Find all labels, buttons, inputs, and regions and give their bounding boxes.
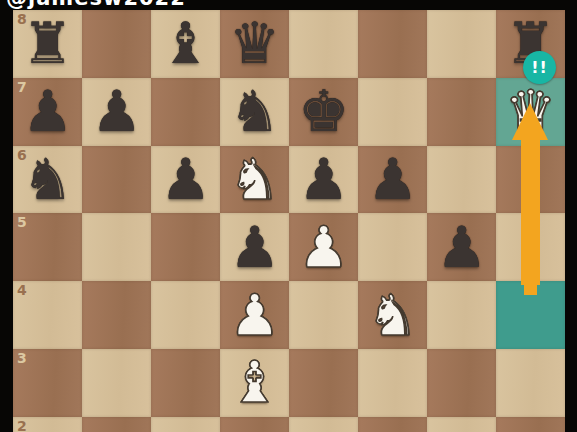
square-a7[interactable]: 7♟ [13, 78, 82, 146]
square-d4[interactable]: ♟ [220, 281, 289, 349]
square-a2[interactable]: 2 [13, 417, 82, 432]
square-a6[interactable]: 6♞ [13, 146, 82, 214]
square-d2[interactable] [220, 417, 289, 432]
square-d8[interactable]: ♛ [220, 10, 289, 78]
square-g2[interactable] [427, 417, 496, 432]
black-pawn-g5[interactable]: ♟ [427, 213, 496, 281]
square-e8[interactable] [289, 10, 358, 78]
watermark-text: @jamesw2022 [6, 0, 186, 10]
square-b3[interactable] [82, 349, 151, 417]
white-knight-d6[interactable]: ♞ [220, 146, 289, 214]
white-pawn-e5[interactable]: ♟ [289, 213, 358, 281]
rank-label-4: 4 [17, 282, 27, 298]
black-king-e7[interactable]: ♚ [289, 78, 358, 146]
black-pawn-a7[interactable]: ♟ [13, 78, 82, 146]
square-d3[interactable]: ♝ [220, 349, 289, 417]
move-arrow-shaft [521, 135, 540, 285]
square-b5[interactable] [82, 213, 151, 281]
black-pawn-d5[interactable]: ♟ [220, 213, 289, 281]
square-f5[interactable] [358, 213, 427, 281]
square-f2[interactable] [358, 417, 427, 432]
square-g3[interactable] [427, 349, 496, 417]
rank-label-3: 3 [17, 350, 27, 366]
square-b2[interactable] [82, 417, 151, 432]
square-g7[interactable] [427, 78, 496, 146]
square-f7[interactable] [358, 78, 427, 146]
chess-board: 8♜♝♛♜7♟♟♞♚♛6♞♟♞♟♟5♟♟♟4♟♞3♝2 [13, 10, 565, 432]
square-d5[interactable]: ♟ [220, 213, 289, 281]
square-b8[interactable] [82, 10, 151, 78]
square-e6[interactable]: ♟ [289, 146, 358, 214]
square-a5[interactable]: 5 [13, 213, 82, 281]
square-g4[interactable] [427, 281, 496, 349]
square-c7[interactable] [151, 78, 220, 146]
move-arrow-nub [524, 285, 537, 295]
white-pawn-d4[interactable]: ♟ [220, 281, 289, 349]
square-c6[interactable]: ♟ [151, 146, 220, 214]
square-e3[interactable] [289, 349, 358, 417]
square-h3[interactable] [496, 349, 565, 417]
top-black-bar: @jamesw2022 [0, 0, 577, 10]
black-knight-d7[interactable]: ♞ [220, 78, 289, 146]
square-g6[interactable] [427, 146, 496, 214]
square-b7[interactable]: ♟ [82, 78, 151, 146]
square-e7[interactable]: ♚ [289, 78, 358, 146]
rank-label-5: 5 [17, 214, 27, 230]
black-queen-d8[interactable]: ♛ [220, 10, 289, 78]
square-e4[interactable] [289, 281, 358, 349]
square-b4[interactable] [82, 281, 151, 349]
square-a4[interactable]: 4 [13, 281, 82, 349]
black-pawn-e6[interactable]: ♟ [289, 146, 358, 214]
white-bishop-d3[interactable]: ♝ [220, 349, 289, 417]
square-b6[interactable] [82, 146, 151, 214]
square-g8[interactable] [427, 10, 496, 78]
square-f8[interactable] [358, 10, 427, 78]
square-f4[interactable]: ♞ [358, 281, 427, 349]
black-pawn-b7[interactable]: ♟ [82, 78, 151, 146]
black-rook-a8[interactable]: ♜ [13, 10, 82, 78]
square-d6[interactable]: ♞ [220, 146, 289, 214]
square-h2[interactable] [496, 417, 565, 432]
black-bishop-c8[interactable]: ♝ [151, 10, 220, 78]
rank-label-2: 2 [17, 418, 27, 432]
square-e5[interactable]: ♟ [289, 213, 358, 281]
black-knight-a6[interactable]: ♞ [13, 146, 82, 214]
white-knight-f4[interactable]: ♞ [358, 281, 427, 349]
square-f3[interactable] [358, 349, 427, 417]
square-c3[interactable] [151, 349, 220, 417]
square-a8[interactable]: 8♜ [13, 10, 82, 78]
black-pawn-f6[interactable]: ♟ [358, 146, 427, 214]
square-e2[interactable] [289, 417, 358, 432]
square-d7[interactable]: ♞ [220, 78, 289, 146]
square-c8[interactable]: ♝ [151, 10, 220, 78]
square-a3[interactable]: 3 [13, 349, 82, 417]
square-c4[interactable] [151, 281, 220, 349]
square-f6[interactable]: ♟ [358, 146, 427, 214]
brilliant-move-badge: !! [523, 51, 556, 84]
black-pawn-c6[interactable]: ♟ [151, 146, 220, 214]
square-c2[interactable] [151, 417, 220, 432]
square-c5[interactable] [151, 213, 220, 281]
square-g5[interactable]: ♟ [427, 213, 496, 281]
